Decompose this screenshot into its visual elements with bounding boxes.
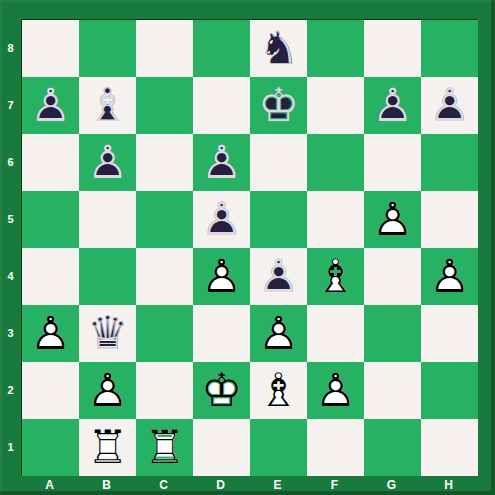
square-d7[interactable] (193, 77, 250, 134)
piece-detail-layer: ♕ (79, 305, 136, 362)
rank-label-1: 1 (0, 418, 21, 475)
square-a4[interactable] (22, 248, 79, 305)
square-c3[interactable] (136, 305, 193, 362)
piece-detail-layer: ♙ (193, 191, 250, 248)
piece-white-bishop-f4[interactable]: ♝♗ (307, 248, 364, 305)
file-label-b: B (78, 474, 135, 495)
piece-detail-layer: ♗ (250, 362, 307, 419)
square-e8[interactable]: ♞♘ (250, 20, 307, 77)
square-b4[interactable] (79, 248, 136, 305)
square-f8[interactable] (307, 20, 364, 77)
square-g7[interactable]: ♟♙ (364, 77, 421, 134)
square-h3[interactable] (421, 305, 478, 362)
square-g5[interactable]: ♟♙ (364, 191, 421, 248)
piece-detail-layer: ♘ (250, 20, 307, 77)
piece-white-pawn-d4[interactable]: ♟♙ (193, 248, 250, 305)
square-g6[interactable] (364, 134, 421, 191)
square-a2[interactable] (22, 362, 79, 419)
piece-detail-layer: ♙ (193, 134, 250, 191)
square-h4[interactable]: ♟♙ (421, 248, 478, 305)
piece-detail-layer: ♙ (193, 248, 250, 305)
square-f6[interactable] (307, 134, 364, 191)
square-h7[interactable]: ♟♙ (421, 77, 478, 134)
square-e4[interactable]: ♟♙ (250, 248, 307, 305)
file-label-d: D (192, 474, 249, 495)
piece-detail-layer: ♙ (421, 248, 478, 305)
square-h1[interactable] (421, 419, 478, 476)
square-b5[interactable] (79, 191, 136, 248)
square-f3[interactable] (307, 305, 364, 362)
square-b1[interactable]: ♜♖ (79, 419, 136, 476)
piece-white-pawn-b2[interactable]: ♟♙ (79, 362, 136, 419)
square-d8[interactable] (193, 20, 250, 77)
rank-label-3: 3 (0, 304, 21, 361)
piece-detail-layer: ♗ (79, 77, 136, 134)
chessboard: ♞♘♟♙♝♗♚♔♟♙♟♙♟♙♟♙♟♙♟♙♟♙♟♙♝♗♟♙♟♙♛♕♟♙♟♙♚♔♝♗… (21, 19, 477, 475)
square-d3[interactable] (193, 305, 250, 362)
piece-black-bishop-b7[interactable]: ♝♗ (79, 77, 136, 134)
square-a5[interactable] (22, 191, 79, 248)
square-h6[interactable] (421, 134, 478, 191)
piece-white-pawn-h4[interactable]: ♟♙ (421, 248, 478, 305)
square-g2[interactable] (364, 362, 421, 419)
file-labels: ABCDEFGH (21, 474, 477, 495)
square-d5[interactable]: ♟♙ (193, 191, 250, 248)
piece-black-king-e7[interactable]: ♚♔ (250, 77, 307, 134)
rank-label-2: 2 (0, 361, 21, 418)
chessboard-frame: 87654321 ABCDEFGH ♞♘♟♙♝♗♚♔♟♙♟♙♟♙♟♙♟♙♟♙♟♙… (0, 0, 495, 495)
rank-labels: 87654321 (0, 19, 21, 475)
rank-label-7: 7 (0, 76, 21, 133)
square-h5[interactable] (421, 191, 478, 248)
square-d4[interactable]: ♟♙ (193, 248, 250, 305)
square-g8[interactable] (364, 20, 421, 77)
piece-black-pawn-d5[interactable]: ♟♙ (193, 191, 250, 248)
square-a8[interactable] (22, 20, 79, 77)
square-f4[interactable]: ♝♗ (307, 248, 364, 305)
square-b6[interactable]: ♟♙ (79, 134, 136, 191)
file-label-h: H (420, 474, 477, 495)
square-b8[interactable] (79, 20, 136, 77)
square-g1[interactable] (364, 419, 421, 476)
piece-black-pawn-h7[interactable]: ♟♙ (421, 77, 478, 134)
square-d6[interactable]: ♟♙ (193, 134, 250, 191)
file-label-g: G (363, 474, 420, 495)
square-h8[interactable] (421, 20, 478, 77)
piece-black-pawn-g7[interactable]: ♟♙ (364, 77, 421, 134)
piece-detail-layer: ♖ (136, 419, 193, 476)
piece-black-pawn-b6[interactable]: ♟♙ (79, 134, 136, 191)
piece-detail-layer: ♙ (307, 362, 364, 419)
square-e7[interactable]: ♚♔ (250, 77, 307, 134)
square-b7[interactable]: ♝♗ (79, 77, 136, 134)
piece-detail-layer: ♙ (79, 362, 136, 419)
square-g4[interactable] (364, 248, 421, 305)
square-f2[interactable]: ♟♙ (307, 362, 364, 419)
square-c8[interactable] (136, 20, 193, 77)
piece-detail-layer: ♙ (421, 77, 478, 134)
file-label-e: E (249, 474, 306, 495)
square-e6[interactable] (250, 134, 307, 191)
rank-label-4: 4 (0, 247, 21, 304)
square-d1[interactable] (193, 419, 250, 476)
square-b2[interactable]: ♟♙ (79, 362, 136, 419)
piece-detail-layer: ♙ (364, 191, 421, 248)
square-c5[interactable] (136, 191, 193, 248)
piece-white-bishop-e2[interactable]: ♝♗ (250, 362, 307, 419)
square-c4[interactable] (136, 248, 193, 305)
piece-detail-layer: ♙ (22, 305, 79, 362)
square-f5[interactable] (307, 191, 364, 248)
piece-black-pawn-e4[interactable]: ♟♙ (250, 248, 307, 305)
file-label-c: C (135, 474, 192, 495)
piece-detail-layer: ♙ (22, 77, 79, 134)
square-e3[interactable]: ♟♙ (250, 305, 307, 362)
piece-white-rook-b1[interactable]: ♜♖ (79, 419, 136, 476)
piece-detail-layer: ♙ (250, 248, 307, 305)
rank-label-8: 8 (0, 19, 21, 76)
square-c2[interactable] (136, 362, 193, 419)
square-a1[interactable] (22, 419, 79, 476)
square-h2[interactable] (421, 362, 478, 419)
square-b3[interactable]: ♛♕ (79, 305, 136, 362)
square-f1[interactable] (307, 419, 364, 476)
piece-white-pawn-g5[interactable]: ♟♙ (364, 191, 421, 248)
piece-detail-layer: ♖ (79, 419, 136, 476)
square-g3[interactable] (364, 305, 421, 362)
piece-black-queen-b3[interactable]: ♛♕ (79, 305, 136, 362)
piece-detail-layer: ♗ (307, 248, 364, 305)
file-label-f: F (306, 474, 363, 495)
piece-black-pawn-a7[interactable]: ♟♙ (22, 77, 79, 134)
piece-white-pawn-e3[interactable]: ♟♙ (250, 305, 307, 362)
square-a3[interactable]: ♟♙ (22, 305, 79, 362)
square-c7[interactable] (136, 77, 193, 134)
rank-label-5: 5 (0, 190, 21, 247)
square-e1[interactable] (250, 419, 307, 476)
square-f7[interactable] (307, 77, 364, 134)
piece-white-rook-c1[interactable]: ♜♖ (136, 419, 193, 476)
piece-detail-layer: ♔ (250, 77, 307, 134)
file-label-a: A (21, 474, 78, 495)
piece-white-pawn-f2[interactable]: ♟♙ (307, 362, 364, 419)
square-c6[interactable] (136, 134, 193, 191)
square-a7[interactable]: ♟♙ (22, 77, 79, 134)
square-e2[interactable]: ♝♗ (250, 362, 307, 419)
piece-detail-layer: ♙ (79, 134, 136, 191)
square-a6[interactable] (22, 134, 79, 191)
square-c1[interactable]: ♜♖ (136, 419, 193, 476)
square-e5[interactable] (250, 191, 307, 248)
piece-white-king-d2[interactable]: ♚♔ (193, 362, 250, 419)
square-d2[interactable]: ♚♔ (193, 362, 250, 419)
piece-detail-layer: ♙ (250, 305, 307, 362)
piece-detail-layer: ♔ (193, 362, 250, 419)
piece-black-knight-e8[interactable]: ♞♘ (250, 20, 307, 77)
piece-white-pawn-a3[interactable]: ♟♙ (22, 305, 79, 362)
piece-black-pawn-d6[interactable]: ♟♙ (193, 134, 250, 191)
piece-detail-layer: ♙ (364, 77, 421, 134)
rank-label-6: 6 (0, 133, 21, 190)
